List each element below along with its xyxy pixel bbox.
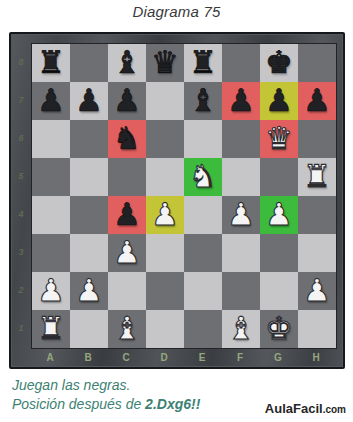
black-pawn: ♟ <box>75 85 103 116</box>
black-pawn: ♟ <box>265 85 293 116</box>
square-c4: ♟ <box>108 196 146 234</box>
white-rook: ♜ <box>37 313 65 344</box>
rank-label-3: 3 <box>11 233 31 271</box>
square-f5 <box>222 158 260 196</box>
rank-label-7: 7 <box>11 81 31 119</box>
square-b8 <box>70 44 108 82</box>
square-a8: ♜ <box>32 44 70 82</box>
rank-label-4: 4 <box>11 195 31 233</box>
square-c6: ♞ <box>108 120 146 158</box>
square-h2: ♟ <box>298 272 336 310</box>
file-label-b: B <box>69 348 107 367</box>
square-f4: ♟ <box>222 196 260 234</box>
black-pawn: ♟ <box>303 85 331 116</box>
white-queen: ♛ <box>265 123 293 154</box>
white-pawn: ♟ <box>75 275 103 306</box>
square-g1: ♚ <box>260 310 298 348</box>
square-f6 <box>222 120 260 158</box>
square-e8: ♜ <box>184 44 222 82</box>
site-branding: AulaFacil.com <box>265 399 346 417</box>
black-pawn: ♟ <box>113 85 141 116</box>
white-pawn: ♟ <box>265 199 293 230</box>
square-e2 <box>184 272 222 310</box>
black-rook: ♜ <box>37 47 65 78</box>
file-label-c: C <box>107 348 145 367</box>
square-d6 <box>146 120 184 158</box>
black-pawn: ♟ <box>113 199 141 230</box>
square-d8: ♛ <box>146 44 184 82</box>
caption-line-2-text: Posición después de <box>12 396 145 412</box>
file-label-d: D <box>145 348 183 367</box>
file-label-e: E <box>183 348 221 367</box>
square-a2: ♟ <box>32 272 70 310</box>
white-bishop: ♝ <box>113 313 141 344</box>
square-a7: ♟ <box>32 82 70 120</box>
square-b6 <box>70 120 108 158</box>
square-b5 <box>70 158 108 196</box>
square-g8: ♚ <box>260 44 298 82</box>
black-bishop: ♝ <box>113 47 141 78</box>
square-a4 <box>32 196 70 234</box>
rank-label-5: 5 <box>11 157 31 195</box>
square-g7: ♟ <box>260 82 298 120</box>
square-f3 <box>222 234 260 272</box>
square-e1 <box>184 310 222 348</box>
square-e5: ♞ <box>184 158 222 196</box>
black-knight: ♞ <box>113 123 141 154</box>
square-b1 <box>70 310 108 348</box>
white-king: ♚ <box>265 313 293 344</box>
rank-label-6: 6 <box>11 119 31 157</box>
square-h4 <box>298 196 336 234</box>
square-d3 <box>146 234 184 272</box>
file-label-a: A <box>31 348 69 367</box>
square-h1 <box>298 310 336 348</box>
brand-name: AulaFacil <box>265 401 323 416</box>
square-a6 <box>32 120 70 158</box>
square-h8 <box>298 44 336 82</box>
black-rook: ♜ <box>189 47 217 78</box>
square-h3 <box>298 234 336 272</box>
black-queen: ♛ <box>151 47 179 78</box>
white-pawn: ♟ <box>151 199 179 230</box>
square-b2: ♟ <box>70 272 108 310</box>
file-label-h: H <box>297 348 335 367</box>
file-label-g: G <box>259 348 297 367</box>
chess-board-frame: 87654321 ♜♝♛♜♚♟♟♟♝♟♟♟♞♛♞♜♟♟♟♟♟♟♟♟♜♝♝♚ AB… <box>9 32 345 369</box>
diagram-title: Diagrama 75 <box>0 0 353 27</box>
white-pawn: ♟ <box>303 275 331 306</box>
rank-label-2: 2 <box>11 271 31 309</box>
square-e6 <box>184 120 222 158</box>
square-c7: ♟ <box>108 82 146 120</box>
black-king: ♚ <box>265 47 293 78</box>
square-g6: ♛ <box>260 120 298 158</box>
square-d5 <box>146 158 184 196</box>
white-rook: ♜ <box>303 161 331 192</box>
square-f2 <box>222 272 260 310</box>
square-d4: ♟ <box>146 196 184 234</box>
black-pawn: ♟ <box>37 85 65 116</box>
square-c2 <box>108 272 146 310</box>
brand-tld: .com <box>323 404 346 415</box>
chess-board: ♜♝♛♜♚♟♟♟♝♟♟♟♞♛♞♜♟♟♟♟♟♟♟♟♜♝♝♚ <box>31 43 337 349</box>
white-knight: ♞ <box>189 161 217 192</box>
square-g2 <box>260 272 298 310</box>
square-c8: ♝ <box>108 44 146 82</box>
black-bishop: ♝ <box>189 85 217 116</box>
rank-labels: 87654321 <box>11 43 31 347</box>
square-h7: ♟ <box>298 82 336 120</box>
square-b4 <box>70 196 108 234</box>
square-a3 <box>32 234 70 272</box>
file-label-f: F <box>221 348 259 367</box>
white-pawn: ♟ <box>37 275 65 306</box>
black-pawn: ♟ <box>227 85 255 116</box>
square-f7: ♟ <box>222 82 260 120</box>
white-pawn: ♟ <box>113 237 141 268</box>
rank-label-8: 8 <box>11 43 31 81</box>
square-g5 <box>260 158 298 196</box>
square-b3 <box>70 234 108 272</box>
square-e3 <box>184 234 222 272</box>
square-h6 <box>298 120 336 158</box>
square-f8 <box>222 44 260 82</box>
square-a1: ♜ <box>32 310 70 348</box>
square-g3 <box>260 234 298 272</box>
square-d2 <box>146 272 184 310</box>
square-d1 <box>146 310 184 348</box>
square-e7: ♝ <box>184 82 222 120</box>
caption-move-notation: 2.Dxg6!! <box>145 396 200 412</box>
white-pawn: ♟ <box>227 199 255 230</box>
square-d7 <box>146 82 184 120</box>
square-h5: ♜ <box>298 158 336 196</box>
square-e4 <box>184 196 222 234</box>
square-b7: ♟ <box>70 82 108 120</box>
page: Diagrama 75 87654321 ♜♝♛♜♚♟♟♟♝♟♟♟♞♛♞♜♟♟♟… <box>0 0 353 422</box>
white-bishop: ♝ <box>227 313 255 344</box>
square-f1: ♝ <box>222 310 260 348</box>
caption-line-1: Juegan las negras. <box>12 376 353 395</box>
square-c5 <box>108 158 146 196</box>
square-g4: ♟ <box>260 196 298 234</box>
square-a5 <box>32 158 70 196</box>
square-c3: ♟ <box>108 234 146 272</box>
square-c1: ♝ <box>108 310 146 348</box>
rank-label-1: 1 <box>11 309 31 347</box>
file-labels: ABCDEFGH <box>31 348 335 367</box>
